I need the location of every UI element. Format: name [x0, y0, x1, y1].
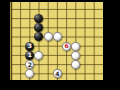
board-intersection[interactable]: [44, 51, 53, 60]
board-intersection[interactable]: [34, 5, 43, 14]
board-intersection[interactable]: [90, 51, 99, 60]
board-intersection[interactable]: [25, 32, 34, 41]
board-intersection[interactable]: [44, 42, 53, 51]
board-intersection[interactable]: [90, 60, 99, 69]
board-intersection[interactable]: [80, 42, 89, 51]
board-intersection[interactable]: [44, 60, 53, 69]
board-intersection[interactable]: [80, 60, 89, 69]
board-intersection[interactable]: [99, 14, 103, 23]
board-intersection[interactable]: [53, 23, 62, 32]
board-grid: 36124: [10, 5, 103, 79]
white-stone: [34, 51, 43, 60]
board-intersection[interactable]: [62, 23, 71, 32]
board-intersection[interactable]: [80, 32, 89, 41]
board-intersection[interactable]: [99, 5, 103, 14]
board-intersection[interactable]: [71, 5, 80, 14]
board-intersection[interactable]: [16, 51, 25, 60]
board-intersection[interactable]: [62, 14, 71, 23]
board-intersection[interactable]: [90, 32, 99, 41]
board-intersection[interactable]: [90, 69, 99, 78]
board-intersection[interactable]: [99, 69, 103, 78]
board-intersection[interactable]: [71, 23, 80, 32]
board-intersection[interactable]: 6: [62, 42, 71, 51]
board-intersection[interactable]: [80, 23, 89, 32]
board-intersection[interactable]: [71, 51, 80, 60]
board-intersection[interactable]: [99, 23, 103, 32]
board-intersection[interactable]: [44, 69, 53, 78]
board-intersection[interactable]: [16, 60, 25, 69]
board-intersection[interactable]: [90, 5, 99, 14]
board-intersection[interactable]: [53, 51, 62, 60]
board-intersection[interactable]: [71, 60, 80, 69]
board-intersection[interactable]: [62, 60, 71, 69]
black-stone: [34, 23, 43, 32]
white-stone: 4: [53, 69, 62, 78]
board-intersection[interactable]: 1: [25, 51, 34, 60]
board-intersection[interactable]: [53, 14, 62, 23]
move-number-label: 4: [55, 70, 59, 76]
board-intersection[interactable]: [34, 14, 43, 23]
board-intersection[interactable]: 4: [53, 69, 62, 78]
white-stone: [25, 69, 34, 78]
board-intersection[interactable]: [99, 51, 103, 60]
board-intersection[interactable]: [16, 32, 25, 41]
white-stone: [44, 32, 53, 41]
board-intersection[interactable]: [25, 14, 34, 23]
board-intersection[interactable]: [53, 5, 62, 14]
board-intersection[interactable]: [99, 60, 103, 69]
board-intersection[interactable]: [80, 51, 89, 60]
black-stone: [34, 32, 43, 41]
board-intersection[interactable]: [90, 14, 99, 23]
board-intersection[interactable]: [34, 60, 43, 69]
board-intersection[interactable]: [80, 69, 89, 78]
board-intersection[interactable]: [71, 14, 80, 23]
board-intersection[interactable]: [53, 42, 62, 51]
board-intersection[interactable]: [90, 42, 99, 51]
board-intersection[interactable]: [44, 23, 53, 32]
move-number-label: 6: [64, 43, 68, 49]
board-intersection[interactable]: [71, 32, 80, 41]
board-intersection[interactable]: [16, 23, 25, 32]
black-stone: [34, 14, 43, 23]
white-stone: [71, 51, 80, 60]
board-intersection[interactable]: [16, 42, 25, 51]
board-intersection[interactable]: [25, 5, 34, 14]
black-stone: 1: [25, 51, 34, 60]
board-intersection[interactable]: [25, 23, 34, 32]
board-intersection[interactable]: [80, 5, 89, 14]
board-intersection[interactable]: [53, 32, 62, 41]
board-intersection[interactable]: 3: [25, 42, 34, 51]
white-stone: [71, 42, 80, 51]
board-intersection[interactable]: [71, 69, 80, 78]
go-board[interactable]: 36124: [10, 2, 103, 80]
board-intersection[interactable]: [90, 23, 99, 32]
board-intersection[interactable]: 2: [25, 60, 34, 69]
move-number-label: 2: [28, 61, 32, 67]
board-intersection[interactable]: [44, 14, 53, 23]
white-stone: 2: [25, 60, 34, 69]
board-intersection[interactable]: [34, 23, 43, 32]
board-intersection[interactable]: [62, 5, 71, 14]
black-stone: 3: [25, 42, 34, 51]
board-intersection[interactable]: [62, 32, 71, 41]
board-intersection[interactable]: [34, 42, 43, 51]
board-intersection[interactable]: [34, 32, 43, 41]
board-intersection[interactable]: [34, 51, 43, 60]
board-intersection[interactable]: [62, 51, 71, 60]
board-intersection[interactable]: [99, 42, 103, 51]
white-stone: [71, 60, 80, 69]
white-stone: [53, 32, 62, 41]
move-number-label: 1: [28, 52, 32, 58]
board-intersection[interactable]: [16, 5, 25, 14]
move-number-label: 3: [28, 43, 32, 49]
board-intersection[interactable]: [80, 14, 89, 23]
board-intersection[interactable]: [44, 5, 53, 14]
board-intersection[interactable]: [99, 32, 103, 41]
white-stone: 6: [62, 42, 71, 51]
board-intersection[interactable]: [62, 69, 71, 78]
board-intersection[interactable]: [16, 14, 25, 23]
board-intersection[interactable]: [34, 69, 43, 78]
board-intersection[interactable]: [16, 69, 25, 78]
board-intersection[interactable]: [25, 69, 34, 78]
board-intersection[interactable]: [53, 60, 62, 69]
board-intersection[interactable]: [71, 42, 80, 51]
screenshot-stage: 36124: [0, 0, 120, 90]
board-intersection[interactable]: [44, 32, 53, 41]
